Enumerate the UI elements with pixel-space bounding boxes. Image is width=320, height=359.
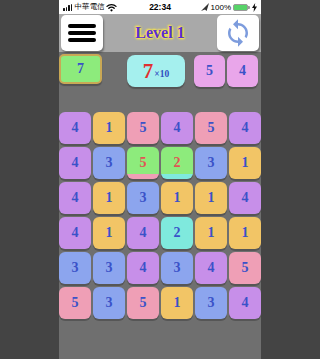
battery-percent-label: 100%	[211, 3, 231, 12]
status-left: 中華電信	[63, 2, 117, 12]
grid-tile-r2c6[interactable]: 1	[229, 147, 261, 179]
signal-bars-icon	[63, 3, 72, 11]
status-bar: 中華電信 22:34 100%	[59, 0, 261, 14]
grid-tile-r2c5[interactable]: 3	[195, 147, 227, 179]
grid-tile-r5c6[interactable]: 5	[229, 252, 261, 284]
level-title: Level 1	[135, 24, 184, 42]
location-arrow-icon	[201, 3, 209, 11]
grid-tile-r1c4[interactable]: 4	[161, 112, 193, 144]
grid-tile-r5c3[interactable]: 4	[127, 252, 159, 284]
grid-tile-r5c4[interactable]: 3	[161, 252, 193, 284]
grid-tile-r5c1[interactable]: 3	[59, 252, 91, 284]
grid-tile-r1c6[interactable]: 4	[229, 112, 261, 144]
grid-tile-r6c3[interactable]: 5	[127, 287, 159, 319]
grid-tile-r3c2[interactable]: 1	[93, 182, 125, 214]
grid-tile-r3c6[interactable]: 4	[229, 182, 261, 214]
grid-tile-r1c1[interactable]: 4	[59, 112, 91, 144]
refresh-sync-icon	[223, 18, 253, 48]
counter-tile-2: 4	[227, 55, 258, 87]
clock-label: 22:34	[149, 2, 171, 12]
board-grid: 415454435231413114414211334345535134	[59, 112, 261, 319]
grid-tile-r4c1[interactable]: 4	[59, 217, 91, 249]
target-value: 7	[143, 61, 154, 82]
charging-bolt-icon	[252, 3, 257, 12]
menu-button[interactable]	[61, 15, 103, 51]
grid-tile-r1c3[interactable]: 5	[127, 112, 159, 144]
grid-tile-r6c2[interactable]: 3	[93, 287, 125, 319]
target-tile: 7 ×10	[127, 55, 185, 87]
grid-tile-r2c2[interactable]: 3	[93, 147, 125, 179]
target-multiplier: ×10	[154, 69, 169, 79]
grid-tile-r3c1[interactable]: 4	[59, 182, 91, 214]
grid-tile-r1c5[interactable]: 5	[195, 112, 227, 144]
grid-tile-r6c6[interactable]: 4	[229, 287, 261, 319]
app-screen: 中華電信 22:34 100% Level 1	[59, 0, 261, 359]
counter-1-value: 5	[206, 63, 213, 79]
grid-tile-r6c4[interactable]: 1	[161, 287, 193, 319]
grid-tile-r5c2[interactable]: 3	[93, 252, 125, 284]
hamburger-icon	[68, 24, 96, 42]
grid-tile-r4c3[interactable]: 4	[127, 217, 159, 249]
grid-tile-r2c3[interactable]: 5	[127, 147, 159, 179]
counter-tile-1: 5	[194, 55, 225, 87]
grid-tile-r4c2[interactable]: 1	[93, 217, 125, 249]
battery-icon	[233, 4, 248, 11]
carrier-label: 中華電信	[74, 2, 104, 12]
wifi-icon	[106, 3, 117, 12]
grid-tile-r4c6[interactable]: 1	[229, 217, 261, 249]
grid-tile-r2c4[interactable]: 2	[161, 147, 193, 179]
grid-tile-r1c2[interactable]: 1	[93, 112, 125, 144]
header-bar: Level 1	[59, 14, 261, 52]
current-sum-value: 7	[77, 61, 84, 77]
grid-tile-r3c3[interactable]: 3	[127, 182, 159, 214]
grid-tile-r6c1[interactable]: 5	[59, 287, 91, 319]
grid-tile-r6c5[interactable]: 3	[195, 287, 227, 319]
tray-row: 7 7 ×10 5 4	[59, 52, 261, 112]
refresh-button[interactable]	[217, 15, 259, 51]
grid-tile-r3c4[interactable]: 1	[161, 182, 193, 214]
grid-tile-r4c5[interactable]: 1	[195, 217, 227, 249]
counter-2-value: 4	[239, 63, 246, 79]
grid-tile-r4c4[interactable]: 2	[161, 217, 193, 249]
grid-tile-r5c5[interactable]: 4	[195, 252, 227, 284]
grid-tile-r2c1[interactable]: 4	[59, 147, 91, 179]
status-right: 100%	[201, 3, 257, 12]
current-sum-tile: 7	[59, 54, 102, 84]
grid-tile-r3c5[interactable]: 1	[195, 182, 227, 214]
